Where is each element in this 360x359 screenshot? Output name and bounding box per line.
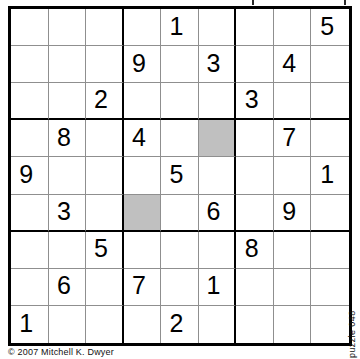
cell-r6c5[interactable] [161,195,199,232]
cell-r2c3[interactable] [86,46,124,83]
cell-r7c9[interactable] [311,232,349,269]
cell-r7c4[interactable] [124,232,162,269]
cell-r9c7[interactable] [236,306,274,343]
cropped-text-remnant [344,0,346,5]
given-digit: 2 [170,311,184,336]
cell-r8c3[interactable] [86,269,124,306]
given-digit: 9 [282,199,296,224]
given-digit: 8 [245,236,259,261]
cell-r7c3[interactable]: 5 [86,232,124,269]
cell-r6c2[interactable]: 3 [49,195,87,232]
cell-r1c3[interactable] [86,9,124,46]
cell-r7c6[interactable] [199,232,237,269]
given-digit: 1 [207,273,221,298]
cell-r6c1[interactable] [11,195,49,232]
cell-r5c1[interactable]: 9 [11,157,49,194]
given-digit: 2 [94,87,108,112]
cell-r9c8[interactable] [274,306,312,343]
cell-r7c7[interactable]: 8 [236,232,274,269]
given-digit: 6 [57,273,71,298]
cell-r2c8[interactable]: 4 [274,46,312,83]
cell-r4c8[interactable]: 7 [274,120,312,157]
cell-r1c9[interactable]: 5 [311,9,349,46]
cell-r5c5[interactable]: 5 [161,157,199,194]
cell-r6c4[interactable] [124,195,162,232]
cell-r7c2[interactable] [49,232,87,269]
cell-r6c8[interactable]: 9 [274,195,312,232]
cell-r8c1[interactable] [11,269,49,306]
cell-r1c5[interactable]: 1 [161,9,199,46]
cell-r4c3[interactable] [86,120,124,157]
cell-r3c2[interactable] [49,83,87,120]
given-digit: 4 [282,51,296,76]
cell-r8c8[interactable] [274,269,312,306]
given-digit: 6 [207,199,221,224]
cell-r2c7[interactable] [236,46,274,83]
cell-r4c6[interactable] [199,120,237,157]
cell-r7c8[interactable] [274,232,312,269]
cell-r9c4[interactable] [124,306,162,343]
cell-r2c2[interactable] [49,46,87,83]
cell-r2c6[interactable]: 3 [199,46,237,83]
cell-r8c5[interactable] [161,269,199,306]
cell-r4c5[interactable] [161,120,199,157]
given-digit: 3 [245,87,259,112]
cell-r5c4[interactable] [124,157,162,194]
cell-r3c7[interactable]: 3 [236,83,274,120]
cell-r3c4[interactable] [124,83,162,120]
given-digit: 1 [320,162,334,187]
puzzle-number-label: puzzle 048 [347,310,357,358]
cell-r1c8[interactable] [274,9,312,46]
cell-r9c1[interactable]: 1 [11,306,49,343]
cell-r9c9[interactable] [311,306,349,343]
cell-r4c1[interactable] [11,120,49,157]
sudoku-grid: 15934238479513695867112 [8,6,352,346]
cell-r6c7[interactable] [236,195,274,232]
given-digit: 5 [94,236,108,261]
cell-r4c9[interactable] [311,120,349,157]
cell-r1c6[interactable] [199,9,237,46]
cell-r3c3[interactable]: 2 [86,83,124,120]
given-digit: 1 [170,14,184,39]
given-digit: 9 [19,162,33,187]
given-digit: 9 [132,51,146,76]
cell-r5c7[interactable] [236,157,274,194]
cell-r1c4[interactable] [124,9,162,46]
cell-r4c2[interactable]: 8 [49,120,87,157]
cell-r1c7[interactable] [236,9,274,46]
cell-r9c6[interactable] [199,306,237,343]
cell-r3c5[interactable] [161,83,199,120]
cell-r8c7[interactable] [236,269,274,306]
cell-r5c8[interactable] [274,157,312,194]
cell-r2c5[interactable] [161,46,199,83]
cell-r5c9[interactable]: 1 [311,157,349,194]
given-digit: 1 [19,311,33,336]
cell-r9c3[interactable] [86,306,124,343]
cell-r6c9[interactable] [311,195,349,232]
cell-r9c5[interactable]: 2 [161,306,199,343]
cell-r8c2[interactable]: 6 [49,269,87,306]
cell-r3c8[interactable] [274,83,312,120]
given-digit: 8 [57,125,71,150]
cell-r1c1[interactable] [11,9,49,46]
given-digit: 3 [57,199,71,224]
cell-r4c7[interactable] [236,120,274,157]
cell-r9c2[interactable] [49,306,87,343]
cell-r4c4[interactable]: 4 [124,120,162,157]
given-digit: 7 [132,273,146,298]
cell-r1c2[interactable] [49,9,87,46]
cell-r6c6[interactable]: 6 [199,195,237,232]
cropped-text-remnant [252,0,254,5]
cell-r2c9[interactable] [311,46,349,83]
copyright-text: © 2007 Mitchell K. Dwyer [8,347,114,357]
cell-r3c1[interactable] [11,83,49,120]
cell-r8c9[interactable] [311,269,349,306]
given-digit: 4 [132,125,146,150]
cell-r7c1[interactable] [11,232,49,269]
cell-r8c6[interactable]: 1 [199,269,237,306]
cell-r6c3[interactable] [86,195,124,232]
cell-r5c3[interactable] [86,157,124,194]
cell-r8c4[interactable]: 7 [124,269,162,306]
cell-r5c2[interactable] [49,157,87,194]
given-digit: 3 [207,51,221,76]
cell-r5c6[interactable] [199,157,237,194]
cell-r2c4[interactable]: 9 [124,46,162,83]
cell-r3c6[interactable] [199,83,237,120]
cell-r2c1[interactable] [11,46,49,83]
cell-r7c5[interactable] [161,232,199,269]
given-digit: 5 [320,14,334,39]
given-digit: 5 [170,162,184,187]
given-digit: 7 [282,125,296,150]
cell-r3c9[interactable] [311,83,349,120]
